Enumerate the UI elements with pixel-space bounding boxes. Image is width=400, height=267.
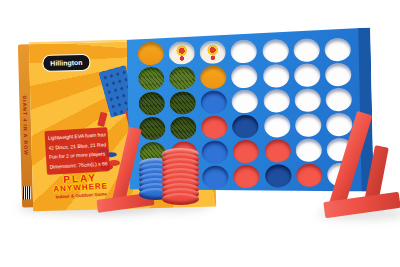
- board-cell-r2c5[interactable]: [260, 63, 292, 89]
- empty-hole: [169, 66, 195, 90]
- board-cell-r6c3[interactable]: [200, 164, 232, 190]
- empty-hole: [232, 65, 258, 89]
- brand-logo-text: Hillington: [50, 59, 82, 67]
- board-cell-r3c7[interactable]: [323, 87, 355, 113]
- blue-disc: [202, 140, 228, 164]
- empty-hole: [326, 88, 352, 112]
- board-cell-r4c3[interactable]: [199, 114, 231, 140]
- empty-hole: [168, 41, 194, 65]
- board-cell-r5c4[interactable]: [230, 139, 262, 165]
- empty-hole: [263, 89, 289, 113]
- slogan-block: PLAY ANYWHERE Indoor & Outdoor Game: [42, 171, 119, 201]
- blue-disc: [265, 164, 291, 188]
- empty-hole: [295, 89, 321, 113]
- board-cell-r3c4[interactable]: [229, 89, 261, 115]
- empty-hole: [137, 42, 163, 66]
- empty-hole: [232, 90, 258, 114]
- board-cell-r2c4[interactable]: [229, 64, 261, 90]
- empty-hole: [294, 39, 320, 63]
- empty-hole: [170, 116, 196, 140]
- board-cell-r3c2[interactable]: [167, 90, 199, 116]
- board-cell-r1c7[interactable]: [322, 37, 354, 63]
- board-cell-r2c2[interactable]: [166, 65, 198, 91]
- empty-hole: [200, 40, 226, 64]
- empty-hole: [325, 63, 351, 87]
- board-cell-r4c4[interactable]: [230, 114, 262, 140]
- empty-hole: [325, 38, 351, 62]
- board-cell-r4c6[interactable]: [292, 112, 324, 138]
- empty-hole: [169, 91, 195, 115]
- board-cell-r4c2[interactable]: [167, 115, 199, 141]
- board-cell-r1c1[interactable]: [134, 41, 166, 67]
- empty-hole: [294, 64, 320, 88]
- board-cell-r2c6[interactable]: [291, 62, 323, 88]
- board-cell-r1c4[interactable]: [228, 39, 260, 65]
- board-cell-r2c7[interactable]: [323, 62, 355, 88]
- blue-disc: [233, 115, 259, 139]
- board-cell-r3c5[interactable]: [261, 88, 293, 114]
- empty-hole: [326, 113, 352, 137]
- brand-logo: Hillington: [42, 54, 90, 72]
- board-cell-r6c5[interactable]: [262, 163, 294, 189]
- empty-hole: [262, 39, 288, 63]
- red-disc: [233, 140, 259, 164]
- product-photo-stage: GIANT 4 IN A ROW Hillington Lightweight …: [0, 0, 400, 267]
- board-cell-r3c3[interactable]: [198, 89, 230, 115]
- empty-hole: [231, 40, 257, 64]
- board-cell-r1c3[interactable]: [197, 39, 229, 65]
- features-banner: Lightweight EVA foam frame 42 Discs, 21 …: [44, 127, 110, 175]
- empty-hole: [263, 64, 289, 88]
- board-cell-r4c5[interactable]: [261, 113, 293, 139]
- board-cell-r2c1[interactable]: [135, 66, 167, 92]
- empty-hole: [295, 114, 321, 138]
- board-cell-r1c6[interactable]: [291, 37, 323, 63]
- board-cell-r6c4[interactable]: [231, 164, 263, 190]
- board-cell-r5c6[interactable]: [293, 137, 325, 163]
- barcode-icon: [23, 186, 31, 199]
- red-disc: [234, 165, 260, 189]
- red-disc: [201, 115, 227, 139]
- empty-hole: [296, 139, 322, 163]
- empty-hole: [264, 114, 290, 138]
- red-spare-disc[interactable]: [162, 193, 199, 205]
- red-disc-stack[interactable]: [162, 148, 199, 198]
- empty-hole: [138, 67, 164, 91]
- board-cell-r5c5[interactable]: [262, 138, 294, 164]
- red-disc: [296, 164, 322, 188]
- board-cell-r5c3[interactable]: [199, 139, 231, 165]
- board-cell-r2c3[interactable]: [198, 64, 230, 90]
- box-side-text: GIANT 4 IN A ROW: [22, 96, 30, 156]
- blue-disc: [201, 90, 227, 114]
- empty-hole: [139, 117, 165, 141]
- board-cell-r3c6[interactable]: [292, 87, 324, 113]
- empty-hole: [200, 65, 226, 89]
- board-cell-r3c1[interactable]: [136, 91, 168, 117]
- blue-disc: [202, 165, 228, 189]
- red-disc: [264, 139, 290, 163]
- board-cell-r6c6[interactable]: [294, 162, 326, 188]
- board-cell-r1c5[interactable]: [260, 38, 292, 64]
- empty-hole: [138, 92, 164, 116]
- board-cell-r1c2[interactable]: [166, 40, 198, 66]
